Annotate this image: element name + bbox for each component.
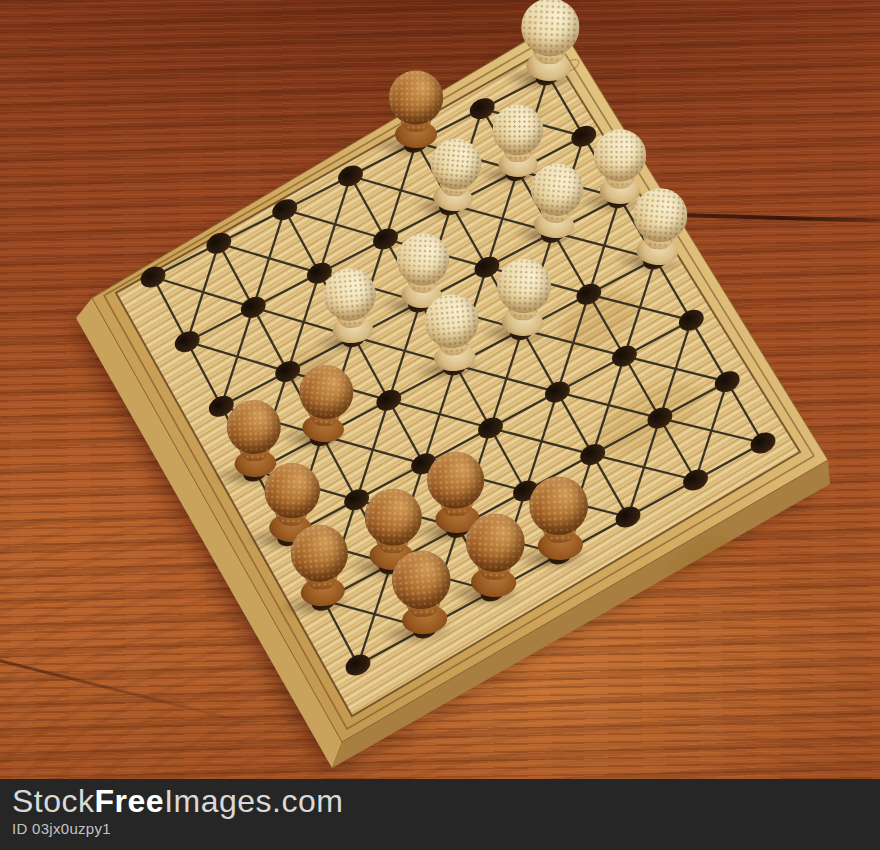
watermark-brand: StockFreeImages.com	[12, 784, 880, 819]
peg-head	[426, 451, 486, 511]
white-peg-r2c2[interactable]	[321, 268, 382, 345]
peg-head	[422, 292, 481, 351]
peg-head	[465, 512, 526, 573]
watermark-brand-suffix: Images.com	[164, 783, 343, 819]
peg-head	[364, 487, 424, 547]
white-peg-r3c3[interactable]	[421, 294, 483, 373]
watermark-image-id: ID 03jx0uzpy1	[12, 820, 880, 837]
white-peg-r1c4[interactable]	[425, 138, 484, 213]
watermark-bar: StockFreeImages.com ID 03jx0uzpy1	[0, 779, 880, 850]
watermark-brand-prefix: Stock	[12, 783, 95, 819]
peg-head	[297, 363, 356, 422]
brown-peg-r5c0[interactable]	[287, 525, 353, 609]
peg-head	[389, 71, 444, 126]
peg-head	[529, 162, 586, 219]
peg-head	[225, 399, 281, 455]
peg-head	[428, 136, 483, 191]
peg-head	[593, 129, 646, 182]
peg-head	[321, 266, 378, 323]
watermark-brand-bold: Free	[95, 783, 165, 819]
white-peg-r0c6[interactable]	[518, 0, 582, 82]
white-peg-r2c5[interactable]	[526, 164, 587, 241]
white-peg-r3c4[interactable]	[494, 260, 553, 337]
peg-head	[520, 0, 581, 58]
peg-head	[395, 232, 450, 287]
pegs-layer	[0, 0, 880, 850]
peg-head	[263, 461, 321, 519]
brown-peg-r6c2[interactable]	[463, 514, 528, 598]
brown-peg-r6c1[interactable]	[388, 550, 456, 636]
photo-scene: StockFreeImages.com ID 03jx0uzpy1	[0, 0, 880, 850]
brown-peg-r6c3[interactable]	[526, 477, 591, 561]
peg-head	[528, 475, 589, 536]
peg-head	[631, 186, 690, 245]
brown-peg-r3c1[interactable]	[294, 365, 356, 444]
peg-head	[492, 104, 543, 155]
peg-head	[288, 523, 350, 585]
brown-peg-r0c4[interactable]	[388, 73, 445, 149]
white-peg-r3c6[interactable]	[628, 188, 690, 267]
peg-head	[389, 548, 453, 612]
peg-head	[496, 258, 552, 314]
